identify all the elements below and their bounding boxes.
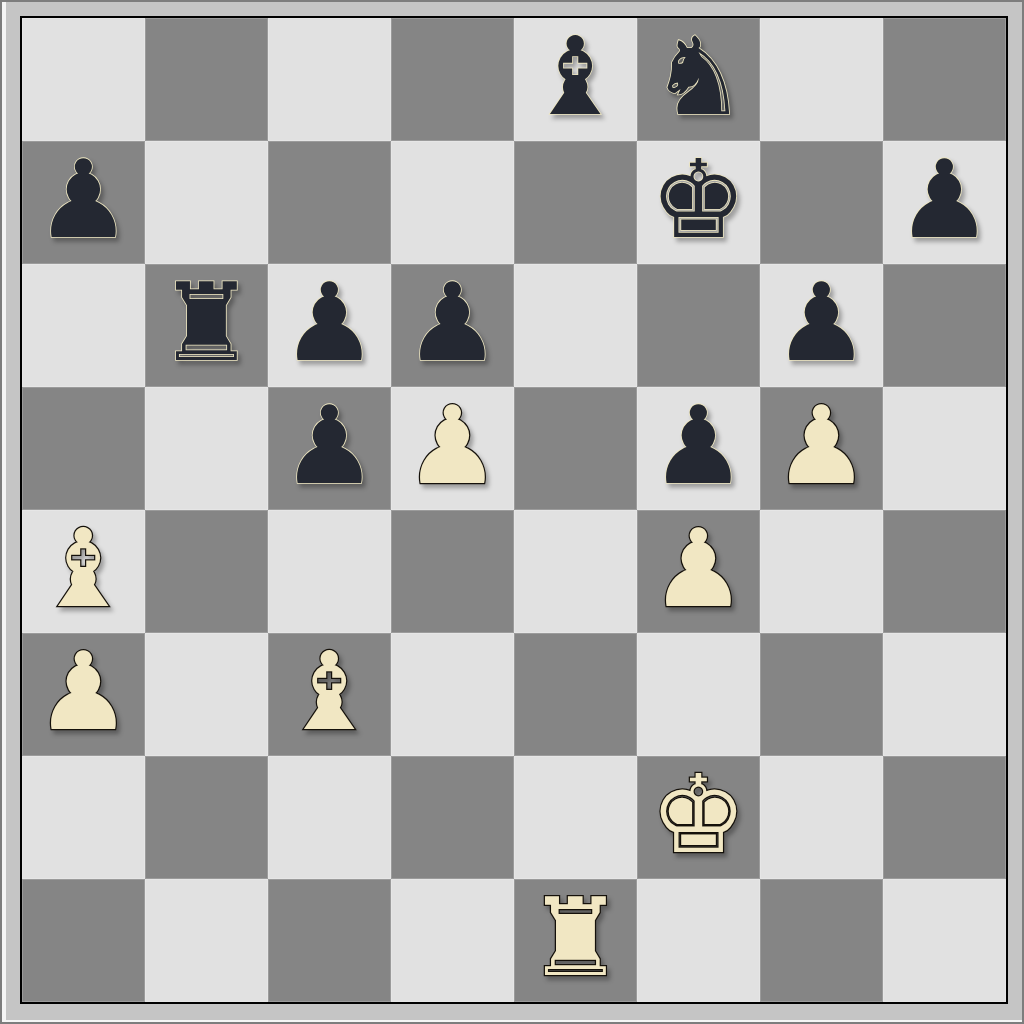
square-e4[interactable] <box>514 510 637 633</box>
piece-white-pawn[interactable]: ♟ <box>35 638 132 746</box>
square-c8[interactable] <box>268 18 391 141</box>
square-h2[interactable] <box>883 756 1006 879</box>
square-h6[interactable] <box>883 264 1006 387</box>
square-f7[interactable]: ♚ <box>637 141 760 264</box>
square-e8[interactable]: ♝ <box>514 18 637 141</box>
piece-black-pawn[interactable]: ♟ <box>404 269 501 377</box>
square-d2[interactable] <box>391 756 514 879</box>
square-b2[interactable] <box>145 756 268 879</box>
square-e3[interactable] <box>514 633 637 756</box>
square-c6[interactable]: ♟ <box>268 264 391 387</box>
piece-white-pawn[interactable]: ♟ <box>650 515 747 623</box>
square-b5[interactable] <box>145 387 268 510</box>
square-b8[interactable] <box>145 18 268 141</box>
square-d4[interactable] <box>391 510 514 633</box>
piece-white-king[interactable]: ♚ <box>650 761 747 869</box>
square-b4[interactable] <box>145 510 268 633</box>
square-g2[interactable] <box>760 756 883 879</box>
piece-black-pawn[interactable]: ♟ <box>896 146 993 254</box>
piece-black-pawn[interactable]: ♟ <box>773 269 870 377</box>
square-b1[interactable] <box>145 879 268 1002</box>
square-h7[interactable]: ♟ <box>883 141 1006 264</box>
square-a8[interactable] <box>22 18 145 141</box>
square-f5[interactable]: ♟ <box>637 387 760 510</box>
square-g8[interactable] <box>760 18 883 141</box>
square-a7[interactable]: ♟ <box>22 141 145 264</box>
square-g4[interactable] <box>760 510 883 633</box>
piece-black-bishop[interactable]: ♝ <box>527 23 624 131</box>
piece-black-pawn[interactable]: ♟ <box>35 146 132 254</box>
square-d1[interactable] <box>391 879 514 1002</box>
square-a1[interactable] <box>22 879 145 1002</box>
square-f6[interactable] <box>637 264 760 387</box>
square-d7[interactable] <box>391 141 514 264</box>
square-c7[interactable] <box>268 141 391 264</box>
square-c4[interactable] <box>268 510 391 633</box>
square-b3[interactable] <box>145 633 268 756</box>
square-f4[interactable]: ♟ <box>637 510 760 633</box>
square-c2[interactable] <box>268 756 391 879</box>
square-b7[interactable] <box>145 141 268 264</box>
square-g6[interactable]: ♟ <box>760 264 883 387</box>
square-e2[interactable] <box>514 756 637 879</box>
square-e5[interactable] <box>514 387 637 510</box>
square-h4[interactable] <box>883 510 1006 633</box>
square-f1[interactable] <box>637 879 760 1002</box>
piece-white-bishop[interactable]: ♝ <box>35 515 132 623</box>
square-a4[interactable]: ♝ <box>22 510 145 633</box>
square-e6[interactable] <box>514 264 637 387</box>
piece-black-knight[interactable]: ♞ <box>650 23 747 131</box>
chess-board: ♝♞♟♚♟♜♟♟♟♟♟♟♟♝♟♟♝♚♜ <box>20 16 1008 1004</box>
square-a2[interactable] <box>22 756 145 879</box>
piece-black-pawn[interactable]: ♟ <box>650 392 747 500</box>
square-g7[interactable] <box>760 141 883 264</box>
square-c3[interactable]: ♝ <box>268 633 391 756</box>
square-h3[interactable] <box>883 633 1006 756</box>
square-g1[interactable] <box>760 879 883 1002</box>
square-f3[interactable] <box>637 633 760 756</box>
square-c5[interactable]: ♟ <box>268 387 391 510</box>
square-d6[interactable]: ♟ <box>391 264 514 387</box>
piece-black-king[interactable]: ♚ <box>650 146 747 254</box>
piece-black-rook[interactable]: ♜ <box>158 269 255 377</box>
piece-black-pawn[interactable]: ♟ <box>281 392 378 500</box>
square-a5[interactable] <box>22 387 145 510</box>
square-d8[interactable] <box>391 18 514 141</box>
piece-white-bishop[interactable]: ♝ <box>281 638 378 746</box>
square-h1[interactable] <box>883 879 1006 1002</box>
square-d3[interactable] <box>391 633 514 756</box>
piece-black-pawn[interactable]: ♟ <box>281 269 378 377</box>
square-h5[interactable] <box>883 387 1006 510</box>
square-e1[interactable]: ♜ <box>514 879 637 1002</box>
square-a6[interactable] <box>22 264 145 387</box>
square-h8[interactable] <box>883 18 1006 141</box>
square-c1[interactable] <box>268 879 391 1002</box>
square-b6[interactable]: ♜ <box>145 264 268 387</box>
square-d5[interactable]: ♟ <box>391 387 514 510</box>
piece-white-rook[interactable]: ♜ <box>527 884 624 992</box>
piece-white-pawn[interactable]: ♟ <box>773 392 870 500</box>
square-f2[interactable]: ♚ <box>637 756 760 879</box>
square-f8[interactable]: ♞ <box>637 18 760 141</box>
square-g5[interactable]: ♟ <box>760 387 883 510</box>
square-e7[interactable] <box>514 141 637 264</box>
square-g3[interactable] <box>760 633 883 756</box>
square-a3[interactable]: ♟ <box>22 633 145 756</box>
piece-white-pawn[interactable]: ♟ <box>404 392 501 500</box>
